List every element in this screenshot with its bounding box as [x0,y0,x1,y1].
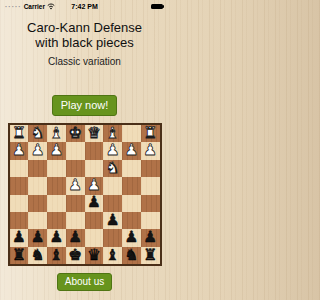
white-pawn: ♟ [68,178,82,194]
white-pawn: ♟ [124,143,138,159]
square-h4 [10,177,29,194]
square-b5 [122,195,141,212]
black-pawn: ♟ [49,230,63,246]
square-d4: ♟ [85,177,104,194]
black-pawn: ♟ [31,230,45,246]
black-queen: ♛ [87,247,101,263]
square-f6 [47,212,66,229]
black-pawn: ♟ [106,212,120,228]
square-f2: ♟ [47,142,66,159]
square-f4 [47,177,66,194]
square-a3 [141,160,160,177]
status-bar: ····· Carrier 7:42 PM [0,0,169,15]
square-b1 [122,125,141,142]
clock-time: 7:42 PM [0,3,169,10]
black-pawn: ♟ [124,230,138,246]
white-king: ♚ [68,125,82,141]
square-d2 [85,142,104,159]
page-subtitle: Classic variation [0,56,169,68]
square-d6 [85,212,104,229]
app-screen: { "status_bar": { "carrier": "Carrier", … [0,0,169,300]
square-b3 [122,160,141,177]
black-pawn: ♟ [87,195,101,211]
square-e5 [66,195,85,212]
square-a1: ♜ [141,125,160,142]
square-h1: ♜ [10,125,29,142]
square-e4: ♟ [66,177,85,194]
square-e3 [66,160,85,177]
square-g5 [28,195,47,212]
square-g6 [28,212,47,229]
square-a5 [141,195,160,212]
white-pawn: ♟ [31,143,45,159]
square-b8: ♞ [122,247,141,264]
play-now-button[interactable]: Play now! [52,95,118,116]
square-c3: ♞ [103,160,122,177]
square-f3 [47,160,66,177]
square-h2: ♟ [10,142,29,159]
white-rook: ♜ [12,125,26,141]
square-e7: ♟ [66,229,85,246]
square-d5: ♟ [85,195,104,212]
white-pawn: ♟ [49,143,63,159]
black-pawn: ♟ [68,230,82,246]
black-bishop: ♝ [49,247,63,263]
square-d7 [85,229,104,246]
white-knight: ♞ [31,125,45,141]
chess-board: ♜♞♝♚♛♝♜♟♟♟♟♟♟♞♟♟♟♟♟♟♟♟♟♟♜♞♝♚♛♝♞♜ [8,123,162,266]
square-b2: ♟ [122,142,141,159]
square-e6 [66,212,85,229]
square-a7: ♟ [141,229,160,246]
square-c5 [103,195,122,212]
white-queen: ♛ [87,125,101,141]
black-king: ♚ [68,247,82,263]
square-f8: ♝ [47,247,66,264]
white-bishop: ♝ [106,125,120,141]
square-e2 [66,142,85,159]
square-a2: ♟ [141,142,160,159]
square-f7: ♟ [47,229,66,246]
square-b6 [122,212,141,229]
black-bishop: ♝ [106,247,120,263]
square-h6 [10,212,29,229]
black-pawn: ♟ [143,230,157,246]
square-c1: ♝ [103,125,122,142]
white-pawn: ♟ [143,143,157,159]
square-g7: ♟ [28,229,47,246]
square-a4 [141,177,160,194]
square-g2: ♟ [28,142,47,159]
square-h8: ♜ [10,247,29,264]
square-g4 [28,177,47,194]
white-pawn: ♟ [87,178,101,194]
square-c7 [103,229,122,246]
square-h5 [10,195,29,212]
black-knight: ♞ [124,247,138,263]
square-d8: ♛ [85,247,104,264]
page-title: Caro-Kann Defense with black pieces [0,20,169,50]
battery-icon [151,4,165,9]
square-b7: ♟ [122,229,141,246]
square-g8: ♞ [28,247,47,264]
square-h7: ♟ [10,229,29,246]
black-pawn: ♟ [12,230,26,246]
white-pawn: ♟ [106,143,120,159]
square-e1: ♚ [66,125,85,142]
square-g1: ♞ [28,125,47,142]
square-f5 [47,195,66,212]
white-pawn: ♟ [12,143,26,159]
black-rook: ♜ [12,247,26,263]
square-f1: ♝ [47,125,66,142]
black-knight: ♞ [31,247,45,263]
square-d1: ♛ [85,125,104,142]
white-knight: ♞ [106,160,120,176]
square-b4 [122,177,141,194]
square-c4 [103,177,122,194]
about-us-button[interactable]: About us [57,273,112,291]
square-g3 [28,160,47,177]
white-rook: ♜ [143,125,157,141]
square-h3 [10,160,29,177]
black-rook: ♜ [143,247,157,263]
square-a6 [141,212,160,229]
square-c2: ♟ [103,142,122,159]
square-c6: ♟ [103,212,122,229]
white-bishop: ♝ [49,125,63,141]
square-a8: ♜ [141,247,160,264]
square-c8: ♝ [103,247,122,264]
square-d3 [85,160,104,177]
square-e8: ♚ [66,247,85,264]
